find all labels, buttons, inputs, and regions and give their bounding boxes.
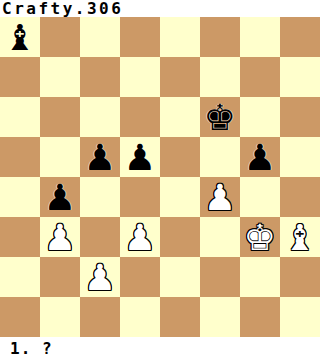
square-g2[interactable]: [240, 257, 280, 297]
square-g8[interactable]: [240, 17, 280, 57]
square-a2[interactable]: [0, 257, 40, 297]
square-d3[interactable]: ♟: [120, 217, 160, 257]
square-f4[interactable]: ♟: [200, 177, 240, 217]
square-f1[interactable]: [200, 297, 240, 337]
square-g1[interactable]: [240, 297, 280, 337]
status-bar: 1. ?: [0, 337, 320, 360]
square-f5[interactable]: [200, 137, 240, 177]
square-d8[interactable]: [120, 17, 160, 57]
square-d7[interactable]: [120, 57, 160, 97]
square-a1[interactable]: [0, 297, 40, 337]
square-a7[interactable]: [0, 57, 40, 97]
square-h7[interactable]: [280, 57, 320, 97]
black-king[interactable]: ♚: [204, 98, 236, 137]
white-pawn[interactable]: ♟: [84, 258, 116, 297]
white-bishop[interactable]: ♝: [284, 218, 316, 257]
square-a4[interactable]: [0, 177, 40, 217]
square-d1[interactable]: [120, 297, 160, 337]
square-g5[interactable]: ♟: [240, 137, 280, 177]
square-b1[interactable]: [40, 297, 80, 337]
square-f8[interactable]: [200, 17, 240, 57]
black-bishop[interactable]: ♝: [4, 18, 36, 57]
white-pawn[interactable]: ♟: [204, 178, 236, 217]
square-h5[interactable]: [280, 137, 320, 177]
square-c6[interactable]: [80, 97, 120, 137]
square-e8[interactable]: [160, 17, 200, 57]
square-b4[interactable]: ♟: [40, 177, 80, 217]
square-e6[interactable]: [160, 97, 200, 137]
square-b6[interactable]: [40, 97, 80, 137]
white-pawn[interactable]: ♟: [124, 218, 156, 257]
square-h6[interactable]: [280, 97, 320, 137]
square-e5[interactable]: [160, 137, 200, 177]
black-pawn[interactable]: ♟: [124, 138, 156, 177]
square-a3[interactable]: [0, 217, 40, 257]
square-b7[interactable]: [40, 57, 80, 97]
title-bar: Crafty.306: [0, 0, 320, 17]
square-h8[interactable]: [280, 17, 320, 57]
square-e4[interactable]: [160, 177, 200, 217]
square-c8[interactable]: [80, 17, 120, 57]
square-f7[interactable]: [200, 57, 240, 97]
window-title: Crafty.306: [0, 0, 123, 18]
chess-board: ♝♚♟♟♟♟♟♟♟♚♝♟: [0, 17, 320, 337]
square-h2[interactable]: [280, 257, 320, 297]
black-pawn[interactable]: ♟: [44, 178, 76, 217]
square-e7[interactable]: [160, 57, 200, 97]
square-c3[interactable]: [80, 217, 120, 257]
square-a6[interactable]: [0, 97, 40, 137]
square-d4[interactable]: [120, 177, 160, 217]
square-a5[interactable]: [0, 137, 40, 177]
square-h3[interactable]: ♝: [280, 217, 320, 257]
black-pawn[interactable]: ♟: [244, 138, 276, 177]
square-f2[interactable]: [200, 257, 240, 297]
square-g4[interactable]: [240, 177, 280, 217]
white-king[interactable]: ♚: [244, 218, 276, 257]
square-g7[interactable]: [240, 57, 280, 97]
square-h1[interactable]: [280, 297, 320, 337]
square-g3[interactable]: ♚: [240, 217, 280, 257]
square-a8[interactable]: ♝: [0, 17, 40, 57]
square-f3[interactable]: [200, 217, 240, 257]
square-g6[interactable]: [240, 97, 280, 137]
black-pawn[interactable]: ♟: [84, 138, 116, 177]
square-e2[interactable]: [160, 257, 200, 297]
square-b3[interactable]: ♟: [40, 217, 80, 257]
square-e1[interactable]: [160, 297, 200, 337]
square-b5[interactable]: [40, 137, 80, 177]
square-c4[interactable]: [80, 177, 120, 217]
square-d6[interactable]: [120, 97, 160, 137]
square-c7[interactable]: [80, 57, 120, 97]
white-pawn[interactable]: ♟: [44, 218, 76, 257]
square-d5[interactable]: ♟: [120, 137, 160, 177]
square-h4[interactable]: [280, 177, 320, 217]
square-f6[interactable]: ♚: [200, 97, 240, 137]
square-e3[interactable]: [160, 217, 200, 257]
square-c1[interactable]: [80, 297, 120, 337]
move-prompt: 1. ?: [0, 339, 53, 358]
square-c5[interactable]: ♟: [80, 137, 120, 177]
square-b8[interactable]: [40, 17, 80, 57]
square-b2[interactable]: [40, 257, 80, 297]
square-d2[interactable]: [120, 257, 160, 297]
square-c2[interactable]: ♟: [80, 257, 120, 297]
